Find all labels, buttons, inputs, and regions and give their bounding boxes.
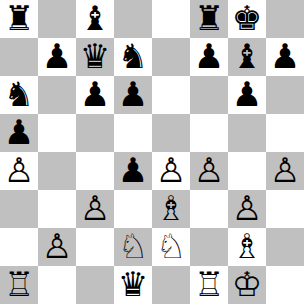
square-b5[interactable]: [38, 114, 76, 152]
square-f5[interactable]: [190, 114, 228, 152]
square-b1[interactable]: [38, 266, 76, 304]
square-e2[interactable]: ♘: [152, 228, 190, 266]
square-c8[interactable]: ♝: [76, 0, 114, 38]
square-d7[interactable]: ♞: [114, 38, 152, 76]
square-h1[interactable]: [266, 266, 304, 304]
piece-white-pawn: ♙: [4, 152, 34, 189]
square-a8[interactable]: ♜: [0, 0, 38, 38]
square-f4[interactable]: ♙: [190, 152, 228, 190]
square-c1[interactable]: [76, 266, 114, 304]
piece-white-pawn: ♙: [42, 228, 72, 265]
square-f8[interactable]: ♜: [190, 0, 228, 38]
square-d1[interactable]: ♛: [114, 266, 152, 304]
piece-white-rook: ♖: [194, 266, 224, 303]
square-a2[interactable]: [0, 228, 38, 266]
piece-black-knight: ♞: [118, 38, 148, 75]
square-g3[interactable]: ♙: [228, 190, 266, 228]
square-h8[interactable]: [266, 0, 304, 38]
square-f1[interactable]: ♖: [190, 266, 228, 304]
square-h6[interactable]: [266, 76, 304, 114]
piece-black-pawn: ♟︎: [232, 76, 262, 113]
piece-black-bishop: ♝: [80, 0, 110, 37]
piece-black-rook: ♜: [194, 0, 224, 37]
square-g8[interactable]: ♚: [228, 0, 266, 38]
piece-black-pawn: ♟︎: [42, 38, 72, 75]
piece-white-knight: ♘: [156, 228, 186, 265]
square-b6[interactable]: [38, 76, 76, 114]
square-g2[interactable]: ♗: [228, 228, 266, 266]
piece-white-knight: ♘: [118, 228, 148, 265]
square-b2[interactable]: ♙: [38, 228, 76, 266]
square-a6[interactable]: ♞: [0, 76, 38, 114]
piece-black-pawn: ♟︎: [4, 114, 34, 151]
piece-white-king: ♔: [232, 266, 262, 303]
piece-white-bishop: ♗: [232, 228, 262, 265]
square-a5[interactable]: ♟︎: [0, 114, 38, 152]
square-c3[interactable]: ♙: [76, 190, 114, 228]
piece-black-bishop: ♝: [232, 38, 262, 75]
square-h2[interactable]: [266, 228, 304, 266]
square-h5[interactable]: [266, 114, 304, 152]
square-e4[interactable]: ♙: [152, 152, 190, 190]
square-d6[interactable]: ♟︎: [114, 76, 152, 114]
square-b8[interactable]: [38, 0, 76, 38]
piece-black-pawn: ♟︎: [80, 76, 110, 113]
square-d4[interactable]: ♟︎: [114, 152, 152, 190]
piece-white-pawn: ♙: [270, 152, 300, 189]
square-f2[interactable]: [190, 228, 228, 266]
square-c5[interactable]: [76, 114, 114, 152]
square-e7[interactable]: [152, 38, 190, 76]
square-b4[interactable]: [38, 152, 76, 190]
square-b7[interactable]: ♟︎: [38, 38, 76, 76]
piece-white-rook: ♖: [4, 266, 34, 303]
piece-black-pawn: ♟︎: [194, 38, 224, 75]
chess-board: ♜♝♜♚♟︎♛♞♟︎♝♟︎♞♟︎♟︎♟︎♟︎♙♟︎♙♙♙♙♗♙♙♘♘♗♖♛♖♔: [0, 0, 304, 304]
piece-black-pawn: ♟︎: [118, 152, 148, 189]
square-h4[interactable]: ♙: [266, 152, 304, 190]
square-c2[interactable]: [76, 228, 114, 266]
square-f7[interactable]: ♟︎: [190, 38, 228, 76]
square-d5[interactable]: [114, 114, 152, 152]
square-e5[interactable]: [152, 114, 190, 152]
piece-black-queen: ♛: [80, 38, 110, 75]
square-g7[interactable]: ♝: [228, 38, 266, 76]
square-d3[interactable]: [114, 190, 152, 228]
piece-black-pawn: ♟︎: [118, 76, 148, 113]
square-e1[interactable]: [152, 266, 190, 304]
piece-white-pawn: ♙: [194, 152, 224, 189]
square-d2[interactable]: ♘: [114, 228, 152, 266]
square-g6[interactable]: ♟︎: [228, 76, 266, 114]
square-h7[interactable]: ♟︎: [266, 38, 304, 76]
square-c6[interactable]: ♟︎: [76, 76, 114, 114]
piece-black-rook: ♜: [4, 0, 34, 37]
square-a1[interactable]: ♖: [0, 266, 38, 304]
square-a4[interactable]: ♙: [0, 152, 38, 190]
piece-black-pawn: ♟︎: [270, 38, 300, 75]
square-e3[interactable]: ♗: [152, 190, 190, 228]
square-g5[interactable]: [228, 114, 266, 152]
square-a3[interactable]: [0, 190, 38, 228]
square-b3[interactable]: [38, 190, 76, 228]
piece-white-pawn: ♙: [156, 152, 186, 189]
piece-black-knight: ♞: [4, 76, 34, 113]
piece-white-pawn: ♙: [232, 190, 262, 227]
square-f3[interactable]: [190, 190, 228, 228]
square-g4[interactable]: [228, 152, 266, 190]
square-g1[interactable]: ♔: [228, 266, 266, 304]
piece-white-pawn: ♙: [80, 190, 110, 227]
square-a7[interactable]: [0, 38, 38, 76]
piece-black-king: ♚: [232, 0, 262, 37]
square-e6[interactable]: [152, 76, 190, 114]
square-c4[interactable]: [76, 152, 114, 190]
square-f6[interactable]: [190, 76, 228, 114]
square-e8[interactable]: [152, 0, 190, 38]
square-h3[interactable]: [266, 190, 304, 228]
square-c7[interactable]: ♛: [76, 38, 114, 76]
square-d8[interactable]: [114, 0, 152, 38]
piece-black-queen: ♛: [118, 266, 148, 303]
piece-white-bishop: ♗: [156, 190, 186, 227]
